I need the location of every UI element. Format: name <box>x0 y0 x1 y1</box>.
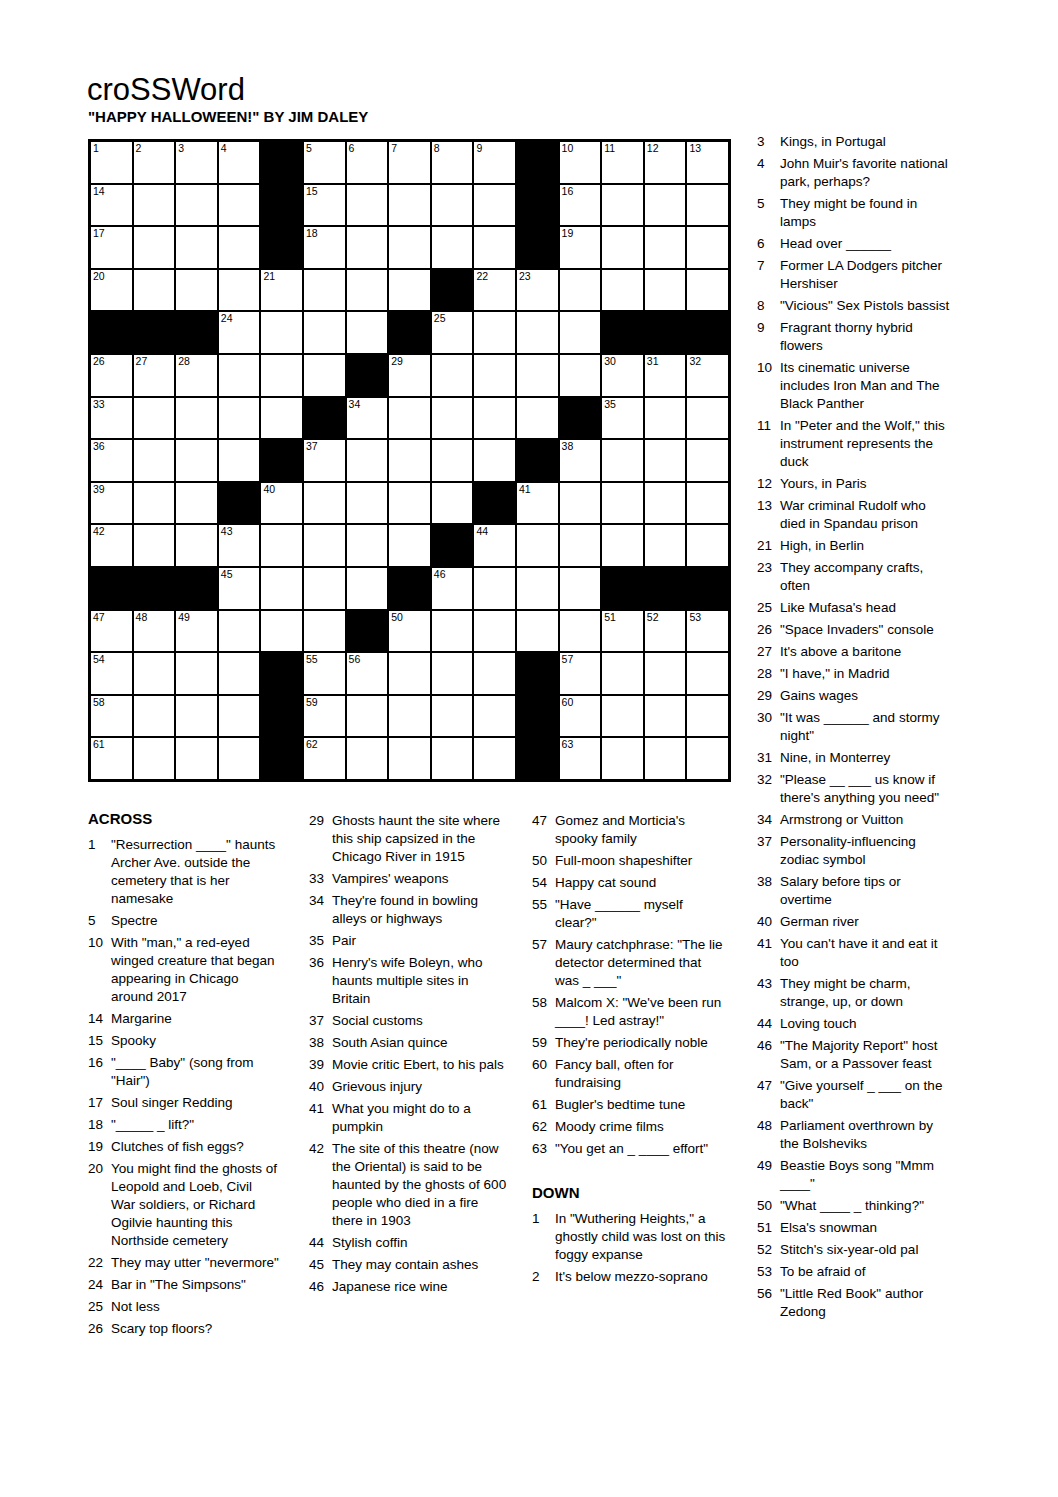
grid-cell-r5c4[interactable]: 24 <box>219 312 260 353</box>
grid-cell-r13c13[interactable] <box>602 653 643 694</box>
grid-cell-r13c3[interactable] <box>176 653 217 694</box>
cell-number: 36 <box>93 441 105 452</box>
cell-number: 25 <box>434 313 446 324</box>
grid-cell-r8c10[interactable] <box>474 440 515 481</box>
grid-cell-r6c11[interactable] <box>517 355 558 396</box>
cell-number: 3 <box>178 143 184 154</box>
grid-cell-r7c8[interactable] <box>389 398 430 439</box>
grid-cell-r1c12[interactable]: 10 <box>560 142 601 183</box>
grid-cell-r6c5[interactable] <box>261 355 302 396</box>
grid-cell-r1c4[interactable]: 4 <box>219 142 260 183</box>
grid-cell-r15c12[interactable]: 63 <box>560 738 601 779</box>
clue-number: 22 <box>88 1254 111 1272</box>
clue-number: 51 <box>757 1219 780 1237</box>
grid-cell-r5c5[interactable] <box>261 312 302 353</box>
grid-cell-r1c6[interactable]: 5 <box>304 142 345 183</box>
grid-cell-r6c1[interactable]: 26 <box>91 355 132 396</box>
grid-cell-r7c5[interactable] <box>261 398 302 439</box>
across-clue-25: 25Not less <box>88 1298 280 1316</box>
grid-cell-r8c14[interactable] <box>645 440 686 481</box>
grid-cell-r10c3[interactable] <box>176 525 217 566</box>
cell-number: 4 <box>221 143 227 154</box>
clue-text: Bugler's bedtime tune <box>555 1096 728 1114</box>
clue-text: Salary before tips or overtime <box>780 873 953 909</box>
grid-cell-r7c2[interactable] <box>134 398 175 439</box>
clue-text: Ghosts haunt the site where this ship ca… <box>332 812 507 866</box>
grid-cell-r3c8[interactable] <box>389 227 430 268</box>
down-clue-31: 31Nine, in Monterrey <box>757 749 953 767</box>
grid-cell-r9c15[interactable] <box>687 483 728 524</box>
grid-cell-r7c9[interactable] <box>432 398 473 439</box>
clue-text: Clutches of fish eggs? <box>111 1138 280 1156</box>
across-clues-part-3: 47Gomez and Morticia's spooky family50Fu… <box>532 812 728 1158</box>
grid-cell-r3c13[interactable] <box>602 227 643 268</box>
grid-cell-r3c12[interactable]: 19 <box>560 227 601 268</box>
grid-cell-r6c8[interactable]: 29 <box>389 355 430 396</box>
grid-cell-r1c7[interactable]: 6 <box>347 142 388 183</box>
down-clue-12: 12Yours, in Paris <box>757 475 953 493</box>
clue-text: The site of this theatre (now the Orient… <box>332 1140 507 1230</box>
grid-cell-r12c3[interactable]: 49 <box>176 611 217 652</box>
grid-cell-r3c7[interactable] <box>347 227 388 268</box>
cell-number: 31 <box>647 356 659 367</box>
grid-cell-r9c11[interactable]: 41 <box>517 483 558 524</box>
grid-cell-r7c1[interactable]: 33 <box>91 398 132 439</box>
grid-cell-r10c1[interactable]: 42 <box>91 525 132 566</box>
clue-text: Scary top floors? <box>111 1320 280 1338</box>
grid-cell-r8c2[interactable] <box>134 440 175 481</box>
crossword-grid: 1234567891011121314151617181920212223242… <box>88 139 731 782</box>
down-clue-2: 2It's below mezzo-soprano <box>532 1268 728 1286</box>
grid-cell-r14c1[interactable]: 58 <box>91 696 132 737</box>
grid-cell-r6c3[interactable]: 28 <box>176 355 217 396</box>
clue-number: 6 <box>757 235 780 253</box>
grid-cell-r8c4[interactable] <box>219 440 260 481</box>
across-clue-33: 33Vampires' weapons <box>309 870 507 888</box>
grid-cell-r3c3[interactable] <box>176 227 217 268</box>
cell-number: 44 <box>476 526 488 537</box>
grid-cell-r13c15[interactable] <box>687 653 728 694</box>
grid-cell-r11c5[interactable] <box>261 568 302 609</box>
grid-cell-r7c15[interactable] <box>687 398 728 439</box>
clue-text: Full-moon shapeshifter <box>555 852 728 870</box>
grid-cell-r13c8[interactable] <box>389 653 430 694</box>
grid-cell-r15c6[interactable]: 62 <box>304 738 345 779</box>
grid-cell-r14c13[interactable] <box>602 696 643 737</box>
grid-cell-r6c12[interactable] <box>560 355 601 396</box>
clue-number: 34 <box>757 811 780 829</box>
grid-cell-r2c14[interactable] <box>645 185 686 226</box>
grid-cell-r15c3[interactable] <box>176 738 217 779</box>
grid-cell-r6c6[interactable] <box>304 355 345 396</box>
grid-cell-r9c7[interactable] <box>347 483 388 524</box>
clue-number: 47 <box>532 812 555 848</box>
grid-cell-r14c12[interactable]: 60 <box>560 696 601 737</box>
black-cell <box>134 568 175 609</box>
grid-cell-r10c7[interactable] <box>347 525 388 566</box>
grid-cell-r6c2[interactable]: 27 <box>134 355 175 396</box>
clue-text: "I have," in Madrid <box>780 665 953 683</box>
grid-cell-r3c15[interactable] <box>687 227 728 268</box>
grid-cell-r8c7[interactable] <box>347 440 388 481</box>
clue-text: Parliament overthrown by the Bolsheviks <box>780 1117 953 1153</box>
grid-cell-r13c7[interactable]: 56 <box>347 653 388 694</box>
clue-number: 16 <box>88 1054 111 1090</box>
grid-cell-r13c2[interactable] <box>134 653 175 694</box>
clue-text: "What ____ _ thinking?" <box>780 1197 953 1215</box>
grid-cell-r15c9[interactable] <box>432 738 473 779</box>
down-clue-7: 7Former LA Dodgers pitcher Hershiser <box>757 257 953 293</box>
clue-text: Gains wages <box>780 687 953 705</box>
clue-column-3: 47Gomez and Morticia's spooky family50Fu… <box>532 812 728 1290</box>
grid-cell-r11c11[interactable] <box>517 568 558 609</box>
down-clue-32: 32"Please __ ___ us know if there's anyt… <box>757 771 953 807</box>
grid-cell-r14c15[interactable] <box>687 696 728 737</box>
cell-number: 58 <box>93 697 105 708</box>
grid-cell-r2c2[interactable] <box>134 185 175 226</box>
clue-number: 37 <box>309 1012 332 1030</box>
clue-number: 19 <box>88 1138 111 1156</box>
grid-cell-r13c4[interactable] <box>219 653 260 694</box>
black-cell <box>347 355 388 396</box>
grid-cell-r2c6[interactable]: 15 <box>304 185 345 226</box>
grid-cell-r4c6[interactable] <box>304 270 345 311</box>
clue-text: "Please __ ___ us know if there's anythi… <box>780 771 953 807</box>
down-clue-25: 25Like Mufasa's head <box>757 599 953 617</box>
grid-cell-r8c13[interactable] <box>602 440 643 481</box>
clue-number: 40 <box>757 913 780 931</box>
grid-cell-r15c8[interactable] <box>389 738 430 779</box>
clue-number: 5 <box>88 912 111 930</box>
grid-cell-r2c12[interactable]: 16 <box>560 185 601 226</box>
grid-cell-r5c10[interactable] <box>474 312 515 353</box>
down-clue-9: 9Fragrant thorny hybrid flowers <box>757 319 953 355</box>
black-cell <box>261 227 302 268</box>
cell-number: 43 <box>221 526 233 537</box>
cell-number: 60 <box>562 697 574 708</box>
grid-cell-r2c8[interactable] <box>389 185 430 226</box>
clue-text: With "man," a red-eyed winged creature t… <box>111 934 280 1006</box>
grid-cell-r3c6[interactable]: 18 <box>304 227 345 268</box>
grid-cell-r1c15[interactable]: 13 <box>687 142 728 183</box>
grid-cell-r6c4[interactable] <box>219 355 260 396</box>
grid-cell-r10c11[interactable] <box>517 525 558 566</box>
clue-number: 61 <box>532 1096 555 1114</box>
clue-number: 29 <box>309 812 332 866</box>
cell-number: 23 <box>519 271 531 282</box>
black-cell <box>304 398 345 439</box>
grid-cell-r11c12[interactable] <box>560 568 601 609</box>
grid-cell-r7c4[interactable] <box>219 398 260 439</box>
grid-cell-r10c2[interactable] <box>134 525 175 566</box>
grid-cell-r3c4[interactable] <box>219 227 260 268</box>
grid-cell-r2c10[interactable] <box>474 185 515 226</box>
grid-cell-r7c7[interactable]: 34 <box>347 398 388 439</box>
grid-cell-r12c14[interactable]: 52 <box>645 611 686 652</box>
grid-cell-r9c13[interactable] <box>602 483 643 524</box>
grid-cell-r10c13[interactable] <box>602 525 643 566</box>
down-clue-41: 41You can't have it and eat it too <box>757 935 953 971</box>
grid-cell-r11c10[interactable] <box>474 568 515 609</box>
grid-cell-r8c1[interactable]: 36 <box>91 440 132 481</box>
grid-cell-r2c1[interactable]: 14 <box>91 185 132 226</box>
across-clue-24: 24Bar in "The Simpsons" <box>88 1276 280 1294</box>
grid-cell-r14c8[interactable] <box>389 696 430 737</box>
grid-cell-r15c1[interactable]: 61 <box>91 738 132 779</box>
grid-cell-r5c12[interactable] <box>560 312 601 353</box>
grid-cell-r2c7[interactable] <box>347 185 388 226</box>
clue-text: Loving touch <box>780 1015 953 1033</box>
grid-cell-r1c3[interactable]: 3 <box>176 142 217 183</box>
grid-cell-r4c11[interactable]: 23 <box>517 270 558 311</box>
across-clue-41: 41What you might do to a pumpkin <box>309 1100 507 1136</box>
grid-cell-r13c14[interactable] <box>645 653 686 694</box>
grid-cell-r8c8[interactable] <box>389 440 430 481</box>
grid-cell-r12c2[interactable]: 48 <box>134 611 175 652</box>
clue-number: 38 <box>309 1034 332 1052</box>
grid-cell-r12c8[interactable]: 50 <box>389 611 430 652</box>
grid-cell-r9c6[interactable] <box>304 483 345 524</box>
clue-number: 37 <box>757 833 780 869</box>
cell-number: 59 <box>306 697 318 708</box>
grid-cell-r3c2[interactable] <box>134 227 175 268</box>
grid-cell-r6c14[interactable]: 31 <box>645 355 686 396</box>
clue-number: 12 <box>757 475 780 493</box>
clue-text: "Have ______ myself clear?" <box>555 896 728 932</box>
grid-cell-r3c14[interactable] <box>645 227 686 268</box>
grid-cell-r12c11[interactable] <box>517 611 558 652</box>
grid-cell-r11c6[interactable] <box>304 568 345 609</box>
grid-cell-r1c8[interactable]: 7 <box>389 142 430 183</box>
grid-cell-r9c12[interactable] <box>560 483 601 524</box>
grid-cell-r7c3[interactable] <box>176 398 217 439</box>
grid-cell-r9c8[interactable] <box>389 483 430 524</box>
down-clue-6: 6Head over ______ <box>757 235 953 253</box>
grid-cell-r9c2[interactable] <box>134 483 175 524</box>
grid-cell-r12c1[interactable]: 47 <box>91 611 132 652</box>
grid-cell-r12c6[interactable] <box>304 611 345 652</box>
grid-cell-r5c11[interactable] <box>517 312 558 353</box>
grid-cell-r6c10[interactable] <box>474 355 515 396</box>
grid-cell-r4c4[interactable] <box>219 270 260 311</box>
grid-cell-r4c2[interactable] <box>134 270 175 311</box>
black-cell <box>517 738 558 779</box>
grid-cell-r14c10[interactable] <box>474 696 515 737</box>
grid-cell-r10c5[interactable] <box>261 525 302 566</box>
clue-text: Moody crime films <box>555 1118 728 1136</box>
grid-cell-r10c14[interactable] <box>645 525 686 566</box>
cell-number: 21 <box>263 271 275 282</box>
down-clue-38: 38Salary before tips or overtime <box>757 873 953 909</box>
grid-cell-r13c9[interactable] <box>432 653 473 694</box>
down-clue-26: 26"Space Invaders" console <box>757 621 953 639</box>
grid-cell-r13c10[interactable] <box>474 653 515 694</box>
grid-cell-r4c7[interactable] <box>347 270 388 311</box>
grid-cell-r11c4[interactable]: 45 <box>219 568 260 609</box>
clue-number: 35 <box>309 932 332 950</box>
grid-cell-r14c3[interactable] <box>176 696 217 737</box>
grid-cell-r9c5[interactable]: 40 <box>261 483 302 524</box>
black-cell <box>560 398 601 439</box>
cell-number: 56 <box>349 654 361 665</box>
grid-cell-r10c10[interactable]: 44 <box>474 525 515 566</box>
grid-cell-r2c9[interactable] <box>432 185 473 226</box>
down-clue-49: 49Beastie Boys song "Mmm ____" <box>757 1157 953 1193</box>
grid-cell-r13c1[interactable]: 54 <box>91 653 132 694</box>
grid-cell-r15c7[interactable] <box>347 738 388 779</box>
grid-cell-r10c6[interactable] <box>304 525 345 566</box>
grid-cell-r15c10[interactable] <box>474 738 515 779</box>
grid-cell-r10c15[interactable] <box>687 525 728 566</box>
clue-text: What you might do to a pumpkin <box>332 1100 507 1136</box>
clue-number: 38 <box>757 873 780 909</box>
grid-cell-r1c10[interactable]: 9 <box>474 142 515 183</box>
clue-text: German river <box>780 913 953 931</box>
grid-cell-r7c14[interactable] <box>645 398 686 439</box>
grid-cell-r9c3[interactable] <box>176 483 217 524</box>
clue-text: "Little Red Book" author Zedong <box>780 1285 953 1321</box>
grid-cell-r2c4[interactable] <box>219 185 260 226</box>
across-clue-17: 17Soul singer Redding <box>88 1094 280 1112</box>
clue-number: 17 <box>88 1094 111 1112</box>
grid-cell-r14c14[interactable] <box>645 696 686 737</box>
grid-cell-r2c3[interactable] <box>176 185 217 226</box>
grid-cell-r13c6[interactable]: 55 <box>304 653 345 694</box>
grid-cell-r2c15[interactable] <box>687 185 728 226</box>
clue-number: 47 <box>757 1077 780 1113</box>
grid-cell-r3c1[interactable]: 17 <box>91 227 132 268</box>
grid-cell-r7c11[interactable] <box>517 398 558 439</box>
grid-cell-r9c9[interactable] <box>432 483 473 524</box>
grid-cell-r4c5[interactable]: 21 <box>261 270 302 311</box>
grid-cell-r4c1[interactable]: 20 <box>91 270 132 311</box>
grid-cell-r5c7[interactable] <box>347 312 388 353</box>
grid-cell-r2c13[interactable] <box>602 185 643 226</box>
grid-cell-r12c5[interactable] <box>261 611 302 652</box>
grid-cell-r1c9[interactable]: 8 <box>432 142 473 183</box>
grid-cell-r4c8[interactable] <box>389 270 430 311</box>
black-cell <box>261 653 302 694</box>
grid-cell-r4c15[interactable] <box>687 270 728 311</box>
grid-cell-r15c15[interactable] <box>687 738 728 779</box>
grid-cell-r11c7[interactable] <box>347 568 388 609</box>
clue-number: 5 <box>757 195 780 231</box>
clue-text: They're found in bowling alleys or highw… <box>332 892 507 928</box>
grid-cell-r10c4[interactable]: 43 <box>219 525 260 566</box>
across-clue-34: 34They're found in bowling alleys or hig… <box>309 892 507 928</box>
across-clues-part-1: 1"Resurrection ____" haunts Archer Ave. … <box>88 836 280 1338</box>
grid-cell-r10c12[interactable] <box>560 525 601 566</box>
grid-cell-r7c13[interactable]: 35 <box>602 398 643 439</box>
clue-text: Fancy ball, often for fundraising <box>555 1056 728 1092</box>
clue-number: 14 <box>88 1010 111 1028</box>
down-clue-52: 52Stitch's six-year-old pal <box>757 1241 953 1259</box>
grid-cell-r5c9[interactable]: 25 <box>432 312 473 353</box>
grid-cell-r12c4[interactable] <box>219 611 260 652</box>
cell-number: 9 <box>476 143 482 154</box>
cell-number: 26 <box>93 356 105 367</box>
cell-number: 40 <box>263 484 275 495</box>
black-cell <box>687 312 728 353</box>
cell-number: 30 <box>604 356 616 367</box>
grid-cell-r15c14[interactable] <box>645 738 686 779</box>
grid-cell-r6c15[interactable]: 32 <box>687 355 728 396</box>
grid-cell-r11c9[interactable]: 46 <box>432 568 473 609</box>
clue-text: Bar in "The Simpsons" <box>111 1276 280 1294</box>
across-clue-45: 45They may contain ashes <box>309 1256 507 1274</box>
grid-cell-r6c13[interactable]: 30 <box>602 355 643 396</box>
grid-cell-r10c8[interactable] <box>389 525 430 566</box>
grid-cell-r12c13[interactable]: 51 <box>602 611 643 652</box>
grid-cell-r4c12[interactable] <box>560 270 601 311</box>
grid-cell-r9c1[interactable]: 39 <box>91 483 132 524</box>
grid-cell-r6c9[interactable] <box>432 355 473 396</box>
grid-cell-r12c15[interactable]: 53 <box>687 611 728 652</box>
grid-cell-r1c2[interactable]: 2 <box>134 142 175 183</box>
grid-cell-r9c14[interactable] <box>645 483 686 524</box>
grid-cell-r4c13[interactable] <box>602 270 643 311</box>
grid-cell-r14c9[interactable] <box>432 696 473 737</box>
black-cell <box>517 696 558 737</box>
down-clue-21: 21High, in Berlin <box>757 537 953 555</box>
grid-cell-r8c15[interactable] <box>687 440 728 481</box>
grid-cell-r15c2[interactable] <box>134 738 175 779</box>
clue-text: "Give yourself _ ___ on the back" <box>780 1077 953 1113</box>
grid-cell-r7c10[interactable] <box>474 398 515 439</box>
grid-cell-r14c4[interactable] <box>219 696 260 737</box>
clue-text: In "Wuthering Heights," a ghostly child … <box>555 1210 728 1264</box>
down-clue-56: 56"Little Red Book" author Zedong <box>757 1285 953 1321</box>
cell-number: 17 <box>93 228 105 239</box>
clue-number: 15 <box>88 1032 111 1050</box>
grid-cell-r14c7[interactable] <box>347 696 388 737</box>
grid-cell-r8c9[interactable] <box>432 440 473 481</box>
grid-cell-r1c1[interactable]: 1 <box>91 142 132 183</box>
down-clue-29: 29Gains wages <box>757 687 953 705</box>
grid-cell-r3c10[interactable] <box>474 227 515 268</box>
grid-cell-r12c9[interactable] <box>432 611 473 652</box>
clue-number: 50 <box>532 852 555 870</box>
grid-cell-r14c6[interactable]: 59 <box>304 696 345 737</box>
grid-cell-r4c10[interactable]: 22 <box>474 270 515 311</box>
down-clue-43: 43They might be charm, strange, up, or d… <box>757 975 953 1011</box>
across-clue-36: 36Henry's wife Boleyn, who haunts multip… <box>309 954 507 1008</box>
black-cell <box>602 312 643 353</box>
grid-cell-r1c14[interactable]: 12 <box>645 142 686 183</box>
grid-cell-r4c14[interactable] <box>645 270 686 311</box>
grid-cell-r5c6[interactable] <box>304 312 345 353</box>
grid-cell-r8c6[interactable]: 37 <box>304 440 345 481</box>
grid-cell-r4c3[interactable] <box>176 270 217 311</box>
grid-cell-r3c9[interactable] <box>432 227 473 268</box>
clue-text: "_____ _ lift?" <box>111 1116 280 1134</box>
grid-cell-r15c13[interactable] <box>602 738 643 779</box>
grid-cell-r8c3[interactable] <box>176 440 217 481</box>
grid-cell-r15c4[interactable] <box>219 738 260 779</box>
grid-cell-r8c12[interactable]: 38 <box>560 440 601 481</box>
grid-cell-r12c10[interactable] <box>474 611 515 652</box>
clue-text: "____ Baby" (song from "Hair") <box>111 1054 280 1090</box>
grid-cell-r12c12[interactable] <box>560 611 601 652</box>
cell-number: 13 <box>689 143 701 154</box>
grid-cell-r14c2[interactable] <box>134 696 175 737</box>
grid-cell-r1c13[interactable]: 11 <box>602 142 643 183</box>
across-clue-10: 10With "man," a red-eyed winged creature… <box>88 934 280 1006</box>
clue-text: Vampires' weapons <box>332 870 507 888</box>
cell-number: 32 <box>689 356 701 367</box>
grid-cell-r13c12[interactable]: 57 <box>560 653 601 694</box>
clue-number: 21 <box>757 537 780 555</box>
